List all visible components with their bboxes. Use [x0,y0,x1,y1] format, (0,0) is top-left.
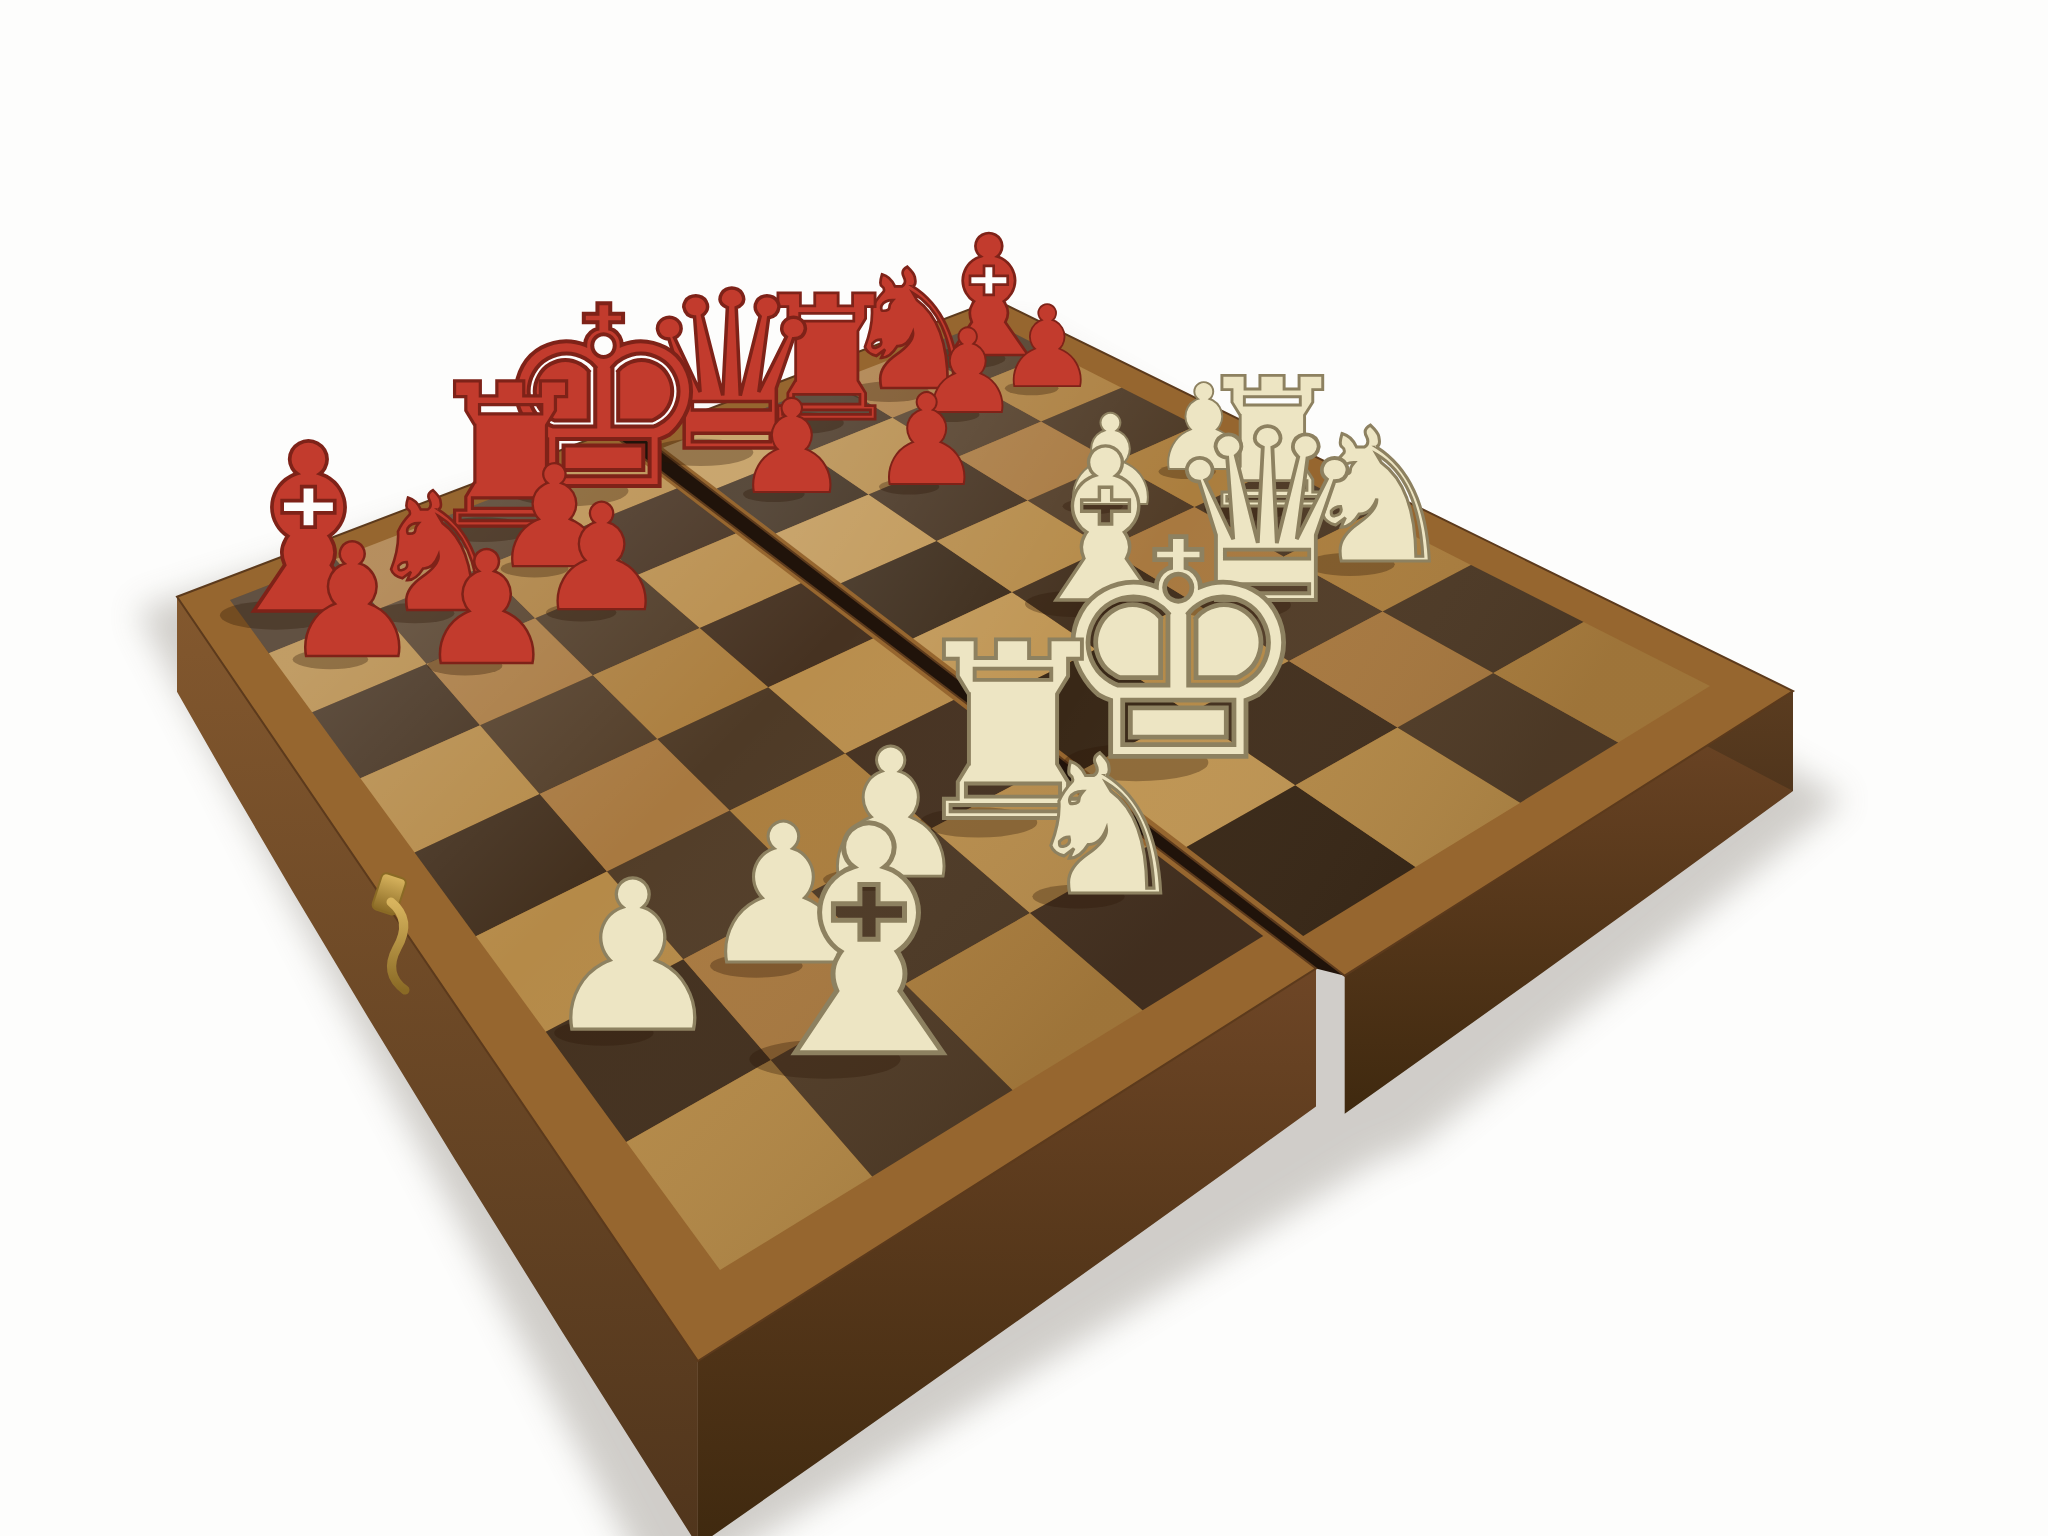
red-pawn-glyph: ♟ [282,510,423,693]
piece-red-pawn-a7[interactable]: ♟ [282,510,423,693]
piece-white-bishop-b1[interactable]: ♝ [728,761,1010,1127]
board-photo: ♝♟♞♟♜♛♟♟♚♟♟♜♜♞♟♝♛♟♞♝♟♟♚♜♟♞♟♟♝ [0,0,2048,1536]
red-pawn-glyph: ♟ [734,372,850,522]
piece-red-pawn-f6[interactable]: ♟ [870,367,983,514]
scene: ♝♟♞♟♜♛♟♟♚♟♟♜♜♞♟♝♛♟♞♝♟♟♚♜♟♞♟♟♝ [0,0,2048,1536]
white-pawn-glyph: ♟ [540,837,726,1078]
piece-white-pawn-a2[interactable]: ♟ [540,837,726,1078]
white-knight-glyph-broken: ♞ [1019,715,1191,938]
red-pawn-glyph: ♟ [870,367,983,514]
red-pawn-glyph: ♟ [417,518,557,700]
piece-red-pawn-e7[interactable]: ♟ [734,372,850,522]
piece-red-pawn-b6[interactable]: ♟ [417,518,557,700]
white-bishop-glyph: ♝ [728,761,1010,1127]
piece-white-knight-d1[interactable]: ♞ [1019,715,1191,938]
